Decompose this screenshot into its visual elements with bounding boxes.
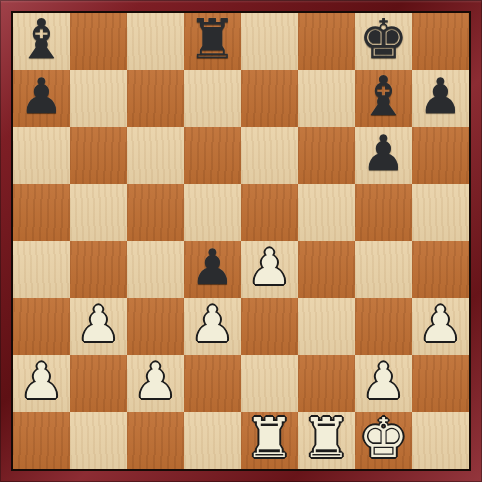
square-c1[interactable]	[127, 412, 184, 469]
square-d2[interactable]	[184, 355, 241, 412]
square-h4[interactable]	[412, 241, 469, 298]
square-a3[interactable]	[13, 298, 70, 355]
square-e1[interactable]: ♜	[241, 412, 298, 469]
piece-black-pawn[interactable]: ♟	[191, 243, 235, 292]
square-e4[interactable]: ♟	[241, 241, 298, 298]
square-b7[interactable]	[70, 70, 127, 127]
square-d8[interactable]: ♜	[184, 13, 241, 70]
square-h5[interactable]	[412, 184, 469, 241]
square-f3[interactable]	[298, 298, 355, 355]
square-g4[interactable]	[355, 241, 412, 298]
square-c8[interactable]	[127, 13, 184, 70]
square-c6[interactable]	[127, 127, 184, 184]
piece-white-pawn[interactable]: ♟	[77, 300, 121, 349]
square-g1[interactable]: ♚	[355, 412, 412, 469]
square-e8[interactable]	[241, 13, 298, 70]
piece-white-king[interactable]: ♚	[359, 412, 408, 466]
square-e3[interactable]	[241, 298, 298, 355]
square-b2[interactable]	[70, 355, 127, 412]
square-e5[interactable]	[241, 184, 298, 241]
piece-white-pawn[interactable]: ♟	[134, 357, 178, 406]
board-frame: ♝♜♚♟♝♟♟♟♟♟♟♟♟♟♟♜♜♚	[0, 0, 482, 482]
chess-board: ♝♜♚♟♝♟♟♟♟♟♟♟♟♟♟♜♜♚	[11, 11, 471, 471]
square-f6[interactable]	[298, 127, 355, 184]
piece-white-rook[interactable]: ♜	[302, 412, 351, 466]
square-e2[interactable]	[241, 355, 298, 412]
square-a6[interactable]	[13, 127, 70, 184]
piece-black-pawn[interactable]: ♟	[20, 72, 64, 121]
square-d7[interactable]	[184, 70, 241, 127]
square-g6[interactable]: ♟	[355, 127, 412, 184]
square-a7[interactable]: ♟	[13, 70, 70, 127]
chessboard-screenshot: ♝♜♚♟♝♟♟♟♟♟♟♟♟♟♟♜♜♚	[0, 0, 482, 482]
square-d6[interactable]	[184, 127, 241, 184]
piece-white-pawn[interactable]: ♟	[20, 357, 64, 406]
square-c3[interactable]	[127, 298, 184, 355]
square-h7[interactable]: ♟	[412, 70, 469, 127]
square-a5[interactable]	[13, 184, 70, 241]
square-g5[interactable]	[355, 184, 412, 241]
piece-black-bishop[interactable]: ♝	[17, 13, 66, 67]
piece-white-pawn[interactable]: ♟	[362, 357, 406, 406]
square-b5[interactable]	[70, 184, 127, 241]
square-f8[interactable]	[298, 13, 355, 70]
square-c2[interactable]: ♟	[127, 355, 184, 412]
square-g8[interactable]: ♚	[355, 13, 412, 70]
square-b3[interactable]: ♟	[70, 298, 127, 355]
square-g2[interactable]: ♟	[355, 355, 412, 412]
square-f7[interactable]	[298, 70, 355, 127]
square-d1[interactable]	[184, 412, 241, 469]
square-b4[interactable]	[70, 241, 127, 298]
piece-white-rook[interactable]: ♜	[245, 412, 294, 466]
square-a4[interactable]	[13, 241, 70, 298]
square-h2[interactable]	[412, 355, 469, 412]
square-e6[interactable]	[241, 127, 298, 184]
square-g7[interactable]: ♝	[355, 70, 412, 127]
square-g3[interactable]	[355, 298, 412, 355]
square-d5[interactable]	[184, 184, 241, 241]
square-c4[interactable]	[127, 241, 184, 298]
square-e7[interactable]	[241, 70, 298, 127]
square-h6[interactable]	[412, 127, 469, 184]
piece-black-bishop[interactable]: ♝	[359, 70, 408, 124]
square-c5[interactable]	[127, 184, 184, 241]
piece-black-king[interactable]: ♚	[359, 13, 408, 67]
square-b6[interactable]	[70, 127, 127, 184]
piece-white-pawn[interactable]: ♟	[191, 300, 235, 349]
square-a2[interactable]: ♟	[13, 355, 70, 412]
square-a1[interactable]	[13, 412, 70, 469]
square-h8[interactable]	[412, 13, 469, 70]
square-b1[interactable]	[70, 412, 127, 469]
piece-white-pawn[interactable]: ♟	[248, 243, 292, 292]
square-f2[interactable]	[298, 355, 355, 412]
square-b8[interactable]	[70, 13, 127, 70]
square-d4[interactable]: ♟	[184, 241, 241, 298]
square-h3[interactable]: ♟	[412, 298, 469, 355]
piece-black-pawn[interactable]: ♟	[362, 129, 406, 178]
piece-black-pawn[interactable]: ♟	[419, 72, 463, 121]
piece-black-rook[interactable]: ♜	[188, 13, 237, 67]
square-h1[interactable]	[412, 412, 469, 469]
square-d3[interactable]: ♟	[184, 298, 241, 355]
square-a8[interactable]: ♝	[13, 13, 70, 70]
square-c7[interactable]	[127, 70, 184, 127]
piece-white-pawn[interactable]: ♟	[419, 300, 463, 349]
square-f5[interactable]	[298, 184, 355, 241]
square-f4[interactable]	[298, 241, 355, 298]
square-f1[interactable]: ♜	[298, 412, 355, 469]
